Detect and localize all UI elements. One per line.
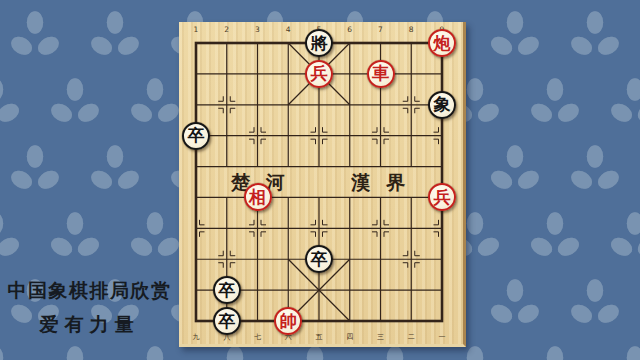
river-label-han: 漢界	[351, 173, 421, 192]
file-label-top: 2	[224, 26, 229, 34]
black-soldier-piece[interactable]: 卒	[213, 276, 241, 304]
red-soldier-piece[interactable]: 兵	[428, 183, 456, 211]
file-label-top: 6	[347, 26, 352, 34]
file-label-bottom: 七	[254, 333, 261, 341]
xiangqi-board[interactable]: 楚河 漢界 123456789 九八七六五四三二一 將炮兵車象卒相兵卒卒卒帥	[179, 22, 466, 347]
file-label-bottom: 五	[316, 333, 323, 341]
file-label-bottom: 一	[439, 333, 446, 341]
black-general-piece[interactable]: 將	[305, 29, 333, 57]
file-label-bottom: 九	[193, 333, 200, 341]
video-frame: 楚河 漢界 123456789 九八七六五四三二一 將炮兵車象卒相兵卒卒卒帥 中…	[0, 0, 640, 360]
black-soldier-piece[interactable]: 卒	[182, 122, 210, 150]
black-elephant-piece[interactable]: 象	[428, 91, 456, 119]
red-elephant-piece[interactable]: 相	[244, 183, 272, 211]
file-label-bottom: 二	[408, 333, 415, 341]
file-label-top: 3	[255, 26, 260, 34]
file-label-top: 8	[409, 26, 414, 34]
red-general-piece[interactable]: 帥	[274, 307, 302, 335]
file-label-bottom: 三	[377, 333, 384, 341]
file-label-top: 4	[286, 26, 291, 34]
black-soldier-piece[interactable]: 卒	[305, 245, 333, 273]
black-soldier-piece[interactable]: 卒	[213, 307, 241, 335]
file-label-bottom: 四	[346, 333, 353, 341]
red-cannon-piece[interactable]: 炮	[428, 29, 456, 57]
file-label-top: 7	[378, 26, 383, 34]
file-label-top: 1	[194, 26, 199, 34]
red-soldier-piece[interactable]: 兵	[305, 60, 333, 88]
red-chariot-piece[interactable]: 車	[367, 60, 395, 88]
